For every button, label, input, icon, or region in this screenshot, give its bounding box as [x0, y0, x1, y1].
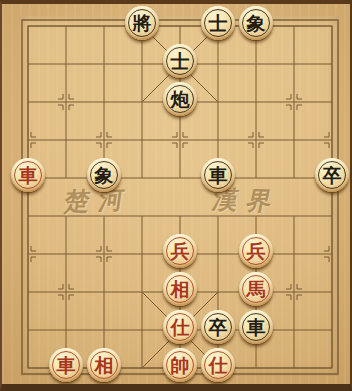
piece-glyph: 車: [247, 318, 266, 337]
piece-red-chariot[interactable]: 車: [49, 348, 83, 382]
piece-red-elephant[interactable]: 相: [163, 272, 197, 306]
piece-red-advisor[interactable]: 仕: [201, 348, 235, 382]
piece-glyph: 士: [171, 52, 190, 71]
piece-glyph: 兵: [171, 242, 190, 261]
piece-glyph: 車: [209, 166, 228, 185]
piece-glyph: 士: [209, 14, 228, 33]
piece-black-elephant[interactable]: 象: [239, 6, 273, 40]
piece-glyph: 炮: [171, 90, 190, 109]
piece-red-advisor[interactable]: 仕: [163, 310, 197, 344]
piece-black-chariot[interactable]: 車: [239, 310, 273, 344]
piece-glyph: 卒: [209, 318, 228, 337]
piece-black-advisor[interactable]: 士: [163, 44, 197, 78]
piece-glyph: 車: [19, 166, 38, 185]
piece-red-chariot[interactable]: 車: [11, 158, 45, 192]
piece-red-horse[interactable]: 馬: [239, 272, 273, 306]
piece-glyph: 卒: [323, 166, 342, 185]
piece-black-advisor[interactable]: 士: [201, 6, 235, 40]
piece-glyph: 仕: [209, 356, 228, 375]
piece-red-soldier[interactable]: 兵: [239, 234, 273, 268]
piece-glyph: 相: [171, 280, 190, 299]
piece-black-cannon[interactable]: 炮: [163, 82, 197, 116]
piece-glyph: 將: [133, 14, 152, 33]
piece-glyph: 馬: [247, 280, 266, 299]
piece-black-soldier[interactable]: 卒: [315, 158, 349, 192]
piece-glyph: 車: [57, 356, 76, 375]
piece-black-chariot[interactable]: 車: [201, 158, 235, 192]
piece-black-soldier[interactable]: 卒: [201, 310, 235, 344]
piece-black-general[interactable]: 將: [125, 6, 159, 40]
piece-glyph: 帥: [171, 356, 190, 375]
piece-red-soldier[interactable]: 兵: [163, 234, 197, 268]
xiangqi-board: 楚河 漢界 將士象士炮車象車卒兵兵相馬仕卒車車相帥仕: [0, 0, 352, 391]
piece-glyph: 仕: [171, 318, 190, 337]
piece-glyph: 象: [247, 14, 266, 33]
piece-glyph: 象: [95, 166, 114, 185]
piece-red-general[interactable]: 帥: [163, 348, 197, 382]
piece-glyph: 兵: [247, 242, 266, 261]
piece-black-elephant[interactable]: 象: [87, 158, 121, 192]
piece-glyph: 相: [95, 356, 114, 375]
piece-red-elephant[interactable]: 相: [87, 348, 121, 382]
